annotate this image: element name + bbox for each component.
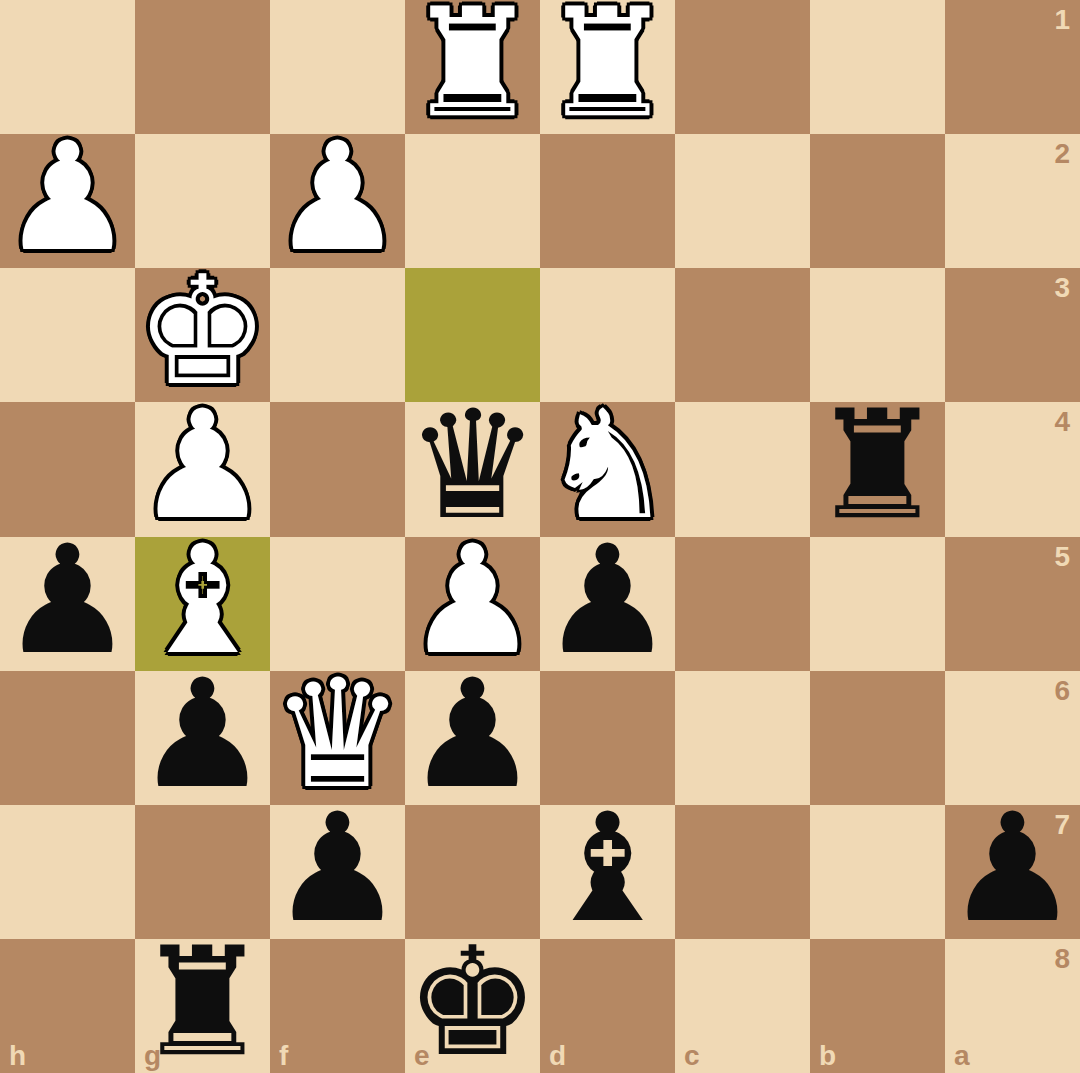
file-label-h: h: [9, 1042, 26, 1070]
square-a5[interactable]: 5: [945, 537, 1080, 671]
rank-label-2: 2: [1054, 140, 1070, 168]
square-a7[interactable]: ♟7: [945, 805, 1080, 939]
square-b4[interactable]: ♜: [810, 402, 945, 536]
black-pawn[interactable]: ♟: [945, 801, 1079, 935]
square-c2[interactable]: [675, 134, 810, 268]
square-h8[interactable]: h: [0, 939, 135, 1073]
square-c5[interactable]: [675, 537, 810, 671]
square-h5[interactable]: ♟: [0, 537, 135, 671]
black-king[interactable]: ♚: [405, 935, 539, 1069]
square-a2[interactable]: 2: [945, 134, 1080, 268]
square-d1[interactable]: ♜: [540, 0, 675, 134]
square-e6[interactable]: ♟: [405, 671, 540, 805]
square-g1[interactable]: [135, 0, 270, 134]
square-d2[interactable]: [540, 134, 675, 268]
square-h3[interactable]: [0, 268, 135, 402]
square-e8[interactable]: ♚e: [405, 939, 540, 1073]
black-bishop[interactable]: ♝: [540, 801, 674, 935]
square-c8[interactable]: c: [675, 939, 810, 1073]
chess-board: ♜♜1♟♟2♚3♟♛♞♜4♟♝♟♟5♟♛♟6♟♝♟7h♜gf♚edcba8: [0, 0, 1080, 1073]
white-rook[interactable]: ♜: [540, 0, 674, 130]
white-rook[interactable]: ♜: [405, 0, 539, 130]
square-h2[interactable]: ♟: [0, 134, 135, 268]
black-rook[interactable]: ♜: [135, 935, 269, 1069]
square-c7[interactable]: [675, 805, 810, 939]
square-c3[interactable]: [675, 268, 810, 402]
square-d5[interactable]: ♟: [540, 537, 675, 671]
black-pawn[interactable]: ♟: [135, 667, 269, 801]
square-h6[interactable]: [0, 671, 135, 805]
square-b8[interactable]: b: [810, 939, 945, 1073]
square-a8[interactable]: a8: [945, 939, 1080, 1073]
file-label-f: f: [279, 1042, 288, 1070]
file-label-a: a: [954, 1042, 970, 1070]
square-f3[interactable]: [270, 268, 405, 402]
square-b2[interactable]: [810, 134, 945, 268]
black-pawn[interactable]: ♟: [270, 801, 404, 935]
square-a1[interactable]: 1: [945, 0, 1080, 134]
square-b5[interactable]: [810, 537, 945, 671]
square-a3[interactable]: 3: [945, 268, 1080, 402]
square-f4[interactable]: [270, 402, 405, 536]
square-b6[interactable]: [810, 671, 945, 805]
square-b1[interactable]: [810, 0, 945, 134]
square-c1[interactable]: [675, 0, 810, 134]
rank-label-6: 6: [1054, 677, 1070, 705]
square-f8[interactable]: f: [270, 939, 405, 1073]
square-d7[interactable]: ♝: [540, 805, 675, 939]
white-pawn[interactable]: ♟: [0, 130, 134, 264]
square-f2[interactable]: ♟: [270, 134, 405, 268]
file-label-d: d: [549, 1042, 566, 1070]
rank-label-5: 5: [1054, 543, 1070, 571]
black-pawn[interactable]: ♟: [540, 533, 674, 667]
rank-label-4: 4: [1054, 408, 1070, 436]
rank-label-1: 1: [1054, 6, 1070, 34]
white-pawn[interactable]: ♟: [270, 130, 404, 264]
black-pawn[interactable]: ♟: [0, 533, 134, 667]
rank-label-8: 8: [1054, 945, 1070, 973]
square-a4[interactable]: 4: [945, 402, 1080, 536]
black-pawn[interactable]: ♟: [405, 667, 539, 801]
square-d8[interactable]: d: [540, 939, 675, 1073]
square-g8[interactable]: ♜g: [135, 939, 270, 1073]
rank-label-3: 3: [1054, 274, 1070, 302]
square-h7[interactable]: [0, 805, 135, 939]
square-f7[interactable]: ♟: [270, 805, 405, 939]
black-rook[interactable]: ♜: [810, 398, 944, 532]
file-label-b: b: [819, 1042, 836, 1070]
file-label-c: c: [684, 1042, 700, 1070]
square-b7[interactable]: [810, 805, 945, 939]
square-c4[interactable]: [675, 402, 810, 536]
square-c6[interactable]: [675, 671, 810, 805]
square-e2[interactable]: [405, 134, 540, 268]
square-e1[interactable]: ♜: [405, 0, 540, 134]
square-g6[interactable]: ♟: [135, 671, 270, 805]
